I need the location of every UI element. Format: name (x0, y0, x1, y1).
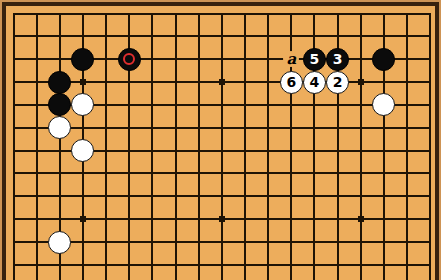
star-point (358, 216, 364, 222)
white-stone (48, 116, 71, 139)
black-stone (71, 48, 94, 71)
move-2-stone: 2 (326, 71, 349, 94)
grid-line-horizontal (13, 127, 432, 129)
move-number: 3 (333, 52, 343, 66)
grid-line-horizontal (13, 172, 432, 174)
grid-line-horizontal (13, 241, 432, 243)
move-number: 2 (333, 75, 343, 89)
move-number: 6 (286, 75, 296, 89)
white-stone (48, 231, 71, 254)
grid-line-horizontal (13, 264, 432, 266)
move-3-stone: 3 (326, 48, 349, 71)
grid-line-vertical (429, 13, 431, 280)
grid-line-horizontal (13, 35, 432, 37)
black-stone (372, 48, 395, 71)
grid-line-vertical (105, 13, 107, 280)
grid-line-vertical (36, 13, 38, 280)
label-a: a (283, 51, 299, 67)
go-diagram: 53642a (0, 0, 441, 280)
grid-line-vertical (151, 13, 153, 280)
grid-line-vertical (267, 13, 269, 280)
grid-line-vertical (198, 13, 200, 280)
grid-line-horizontal (13, 13, 432, 15)
circle-mark-icon (123, 53, 135, 65)
star-point (219, 79, 225, 85)
grid-line-vertical (360, 13, 362, 280)
move-6-stone: 6 (280, 71, 303, 94)
move-5-stone: 5 (303, 48, 326, 71)
star-point (358, 79, 364, 85)
star-point (219, 216, 225, 222)
white-stone (372, 93, 395, 116)
black-stone (48, 71, 71, 94)
move-4-stone: 4 (303, 71, 326, 94)
circle-marked-black-stone (118, 48, 141, 71)
white-stone (71, 93, 94, 116)
star-point (80, 216, 86, 222)
move-number: 5 (310, 52, 320, 66)
star-point (80, 79, 86, 85)
board-overlay: 53642a (0, 0, 441, 280)
move-number: 4 (310, 75, 320, 89)
black-stone (48, 93, 71, 116)
grid-line-vertical (175, 13, 177, 280)
grid-line-vertical (244, 13, 246, 280)
grid-line-vertical (406, 13, 408, 280)
grid-line-horizontal (13, 195, 432, 197)
grid-line-vertical (13, 13, 15, 280)
white-stone (71, 139, 94, 162)
grid-line-vertical (221, 13, 223, 280)
